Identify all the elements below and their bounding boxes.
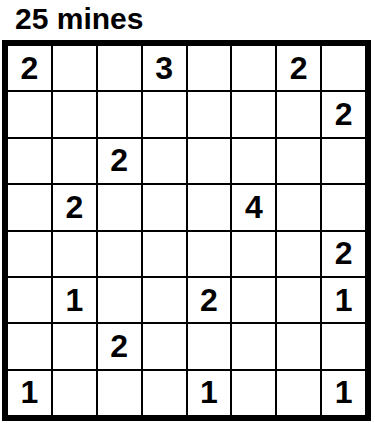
cell-r2c5[interactable]	[188, 92, 231, 136]
cell-r1c8[interactable]	[322, 46, 365, 90]
cell-r3c3-clue: 2	[98, 139, 141, 183]
cell-r4c4[interactable]	[143, 185, 186, 229]
cell-r8c2[interactable]	[53, 371, 96, 415]
cell-r4c3[interactable]	[98, 185, 141, 229]
cell-r8c8-clue: 1	[322, 371, 365, 415]
cell-r3c1[interactable]	[8, 139, 51, 183]
cell-r4c1[interactable]	[8, 185, 51, 229]
cell-r2c1[interactable]	[8, 92, 51, 136]
cell-r4c7[interactable]	[277, 185, 320, 229]
cell-r6c3[interactable]	[98, 278, 141, 322]
cell-r7c1[interactable]	[8, 324, 51, 368]
cell-r6c2-clue: 1	[53, 278, 96, 322]
cell-r5c3[interactable]	[98, 232, 141, 276]
puzzle-title: 25 mines	[15, 0, 143, 38]
cell-r8c4[interactable]	[143, 371, 186, 415]
cell-r5c2[interactable]	[53, 232, 96, 276]
cell-r5c5[interactable]	[188, 232, 231, 276]
cell-r6c6[interactable]	[232, 278, 275, 322]
cell-r3c2[interactable]	[53, 139, 96, 183]
cell-r3c4[interactable]	[143, 139, 186, 183]
cell-r7c4[interactable]	[143, 324, 186, 368]
cell-r2c6[interactable]	[232, 92, 275, 136]
cell-r8c7[interactable]	[277, 371, 320, 415]
cell-r7c3-clue: 2	[98, 324, 141, 368]
cell-r2c8-clue: 2	[322, 92, 365, 136]
cell-r4c8[interactable]	[322, 185, 365, 229]
cell-r1c1-clue: 2	[8, 46, 51, 90]
cell-r2c7[interactable]	[277, 92, 320, 136]
cell-r2c4[interactable]	[143, 92, 186, 136]
cell-r6c1[interactable]	[8, 278, 51, 322]
cell-r8c3[interactable]	[98, 371, 141, 415]
cell-r3c5[interactable]	[188, 139, 231, 183]
cell-r7c2[interactable]	[53, 324, 96, 368]
cell-r5c4[interactable]	[143, 232, 186, 276]
cell-r8c6[interactable]	[232, 371, 275, 415]
cell-r6c8-clue: 1	[322, 278, 365, 322]
cell-r7c5[interactable]	[188, 324, 231, 368]
cell-r4c5[interactable]	[188, 185, 231, 229]
cell-r5c8-clue: 2	[322, 232, 365, 276]
cell-r5c6[interactable]	[232, 232, 275, 276]
cell-r5c1[interactable]	[8, 232, 51, 276]
cell-r3c6[interactable]	[232, 139, 275, 183]
cell-r7c7[interactable]	[277, 324, 320, 368]
cell-r2c2[interactable]	[53, 92, 96, 136]
board: 232222421212111	[2, 40, 371, 421]
cell-r2c3[interactable]	[98, 92, 141, 136]
cell-r6c4[interactable]	[143, 278, 186, 322]
cell-r8c1-clue: 1	[8, 371, 51, 415]
cell-r5c7[interactable]	[277, 232, 320, 276]
cell-r3c7[interactable]	[277, 139, 320, 183]
cell-r6c7[interactable]	[277, 278, 320, 322]
cell-r7c6[interactable]	[232, 324, 275, 368]
cell-r1c5[interactable]	[188, 46, 231, 90]
cell-r1c4-clue: 3	[143, 46, 186, 90]
cell-r6c5-clue: 2	[188, 278, 231, 322]
cell-r8c5-clue: 1	[188, 371, 231, 415]
cell-r1c6[interactable]	[232, 46, 275, 90]
cell-r4c6-clue: 4	[232, 185, 275, 229]
cell-r3c8[interactable]	[322, 139, 365, 183]
cell-r1c3[interactable]	[98, 46, 141, 90]
cell-r7c8[interactable]	[322, 324, 365, 368]
cell-r4c2-clue: 2	[53, 185, 96, 229]
cell-r1c7-clue: 2	[277, 46, 320, 90]
cell-r1c2[interactable]	[53, 46, 96, 90]
